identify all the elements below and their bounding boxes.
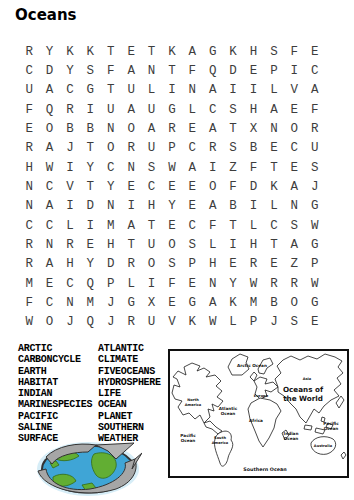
grid-cell: A xyxy=(203,293,223,312)
grid-cell: U xyxy=(19,81,39,100)
grid-cell: T xyxy=(101,42,121,61)
grid-cell: F xyxy=(182,61,202,80)
globe-illustration xyxy=(36,441,142,500)
grid-cell: M xyxy=(80,293,100,312)
grid-cell: A xyxy=(39,81,59,100)
map-japan xyxy=(336,396,344,408)
grid-cell: R xyxy=(19,255,39,274)
grid-cell: J xyxy=(101,313,121,332)
word-list-column-2: ATLANTICCLIMATEFIVEOCEANSHYDROSPHERELIFE… xyxy=(98,343,161,445)
grid-cell: N xyxy=(39,235,59,254)
grid-cell: I xyxy=(121,197,141,216)
grid-cell: I xyxy=(60,197,80,216)
grid-cell: D xyxy=(223,61,243,80)
map-label-pacific-ocean-right: Ocean xyxy=(324,426,339,431)
map-island-1 xyxy=(304,425,312,430)
grid-cell: Q xyxy=(80,313,100,332)
grid-cell: F xyxy=(19,293,39,312)
grid-cell: I xyxy=(203,158,223,177)
map-label-south-america: America xyxy=(212,441,229,445)
grid-cell: A xyxy=(264,100,284,119)
grid-cell: N xyxy=(182,81,202,100)
grid-cell: A xyxy=(203,197,223,216)
grid-cell: I xyxy=(284,61,304,80)
grid-cell: Y xyxy=(39,42,59,61)
grid-cell: R xyxy=(121,313,141,332)
grid-cell: R xyxy=(19,139,39,158)
map-north-america xyxy=(172,363,223,423)
grid-cell: A xyxy=(121,61,141,80)
grid-cell: F xyxy=(162,274,182,293)
grid-cell: H xyxy=(60,255,80,274)
grid-cell: F xyxy=(203,216,223,235)
grid-cell: K xyxy=(60,42,80,61)
grid-cell: Q xyxy=(203,61,223,80)
grid-cell: O xyxy=(121,119,141,138)
grid-cell: W xyxy=(203,313,223,332)
grid-cell: H xyxy=(19,158,39,177)
grid-cell: V xyxy=(162,313,182,332)
grid-cell: T xyxy=(162,61,182,80)
grid-cell: L xyxy=(264,81,284,100)
world-map-drawing: Arctic Ocean North America Atlantic Ocea… xyxy=(170,351,347,476)
grid-cell: X xyxy=(141,293,161,312)
grid-cell: H xyxy=(141,197,161,216)
grid-cell: S xyxy=(284,313,304,332)
grid-cell: Y xyxy=(162,197,182,216)
grid-cell: E xyxy=(264,139,284,158)
map-label-africa: Africa xyxy=(249,418,263,423)
grid-cell: E xyxy=(121,177,141,196)
grid-cell: H xyxy=(203,255,223,274)
grid-cell: L xyxy=(223,313,243,332)
grid-cell: D xyxy=(39,61,59,80)
grid-cell: S xyxy=(162,255,182,274)
grid-cell: N xyxy=(203,274,223,293)
word-list-item: EARTH xyxy=(18,366,92,377)
grid-cell: G xyxy=(182,293,202,312)
map-label-indian-ocean: Ocean xyxy=(284,436,299,441)
grid-cell: L xyxy=(264,197,284,216)
grid-cell: O xyxy=(162,235,182,254)
grid-cell: A xyxy=(121,216,141,235)
grid-cell: O xyxy=(39,119,59,138)
grid-cell: E xyxy=(284,100,304,119)
grid-cell: U xyxy=(304,139,324,158)
grid-cell: H xyxy=(101,235,121,254)
grid-cell: C xyxy=(19,216,39,235)
map-label-arctic-ocean: Arctic Ocean xyxy=(237,363,267,368)
grid-cell: J xyxy=(304,177,324,196)
grid-cell: C xyxy=(60,274,80,293)
grid-cell: D xyxy=(243,177,263,196)
grid-cell: R xyxy=(243,255,263,274)
grid-cell: R xyxy=(264,274,284,293)
grid-cell: N xyxy=(284,197,304,216)
word-list-item: OCEAN xyxy=(98,399,161,410)
grid-cell: R xyxy=(203,139,223,158)
grid-cell: T xyxy=(264,235,284,254)
word-list-column-1: ARCTICCARBONCYCLEEARTHHABITATINDIANMARIN… xyxy=(18,343,92,445)
map-central-america xyxy=(204,421,222,434)
grid-cell: I xyxy=(80,100,100,119)
grid-cell: K xyxy=(182,313,202,332)
grid-cell: E xyxy=(243,61,263,80)
grid-cell: K xyxy=(80,42,100,61)
grid-cell: T xyxy=(101,81,121,100)
grid-cell: B xyxy=(223,197,243,216)
grid-cell: E xyxy=(304,42,324,61)
word-list-item: CARBONCYCLE xyxy=(18,354,92,365)
grid-cell: G xyxy=(304,293,324,312)
grid-cell: D xyxy=(101,255,121,274)
grid-cell: Q xyxy=(80,274,100,293)
grid-cell: E xyxy=(162,293,182,312)
grid-cell: U xyxy=(141,313,161,332)
grid-cell: E xyxy=(162,216,182,235)
grid-cell: O xyxy=(101,139,121,158)
grid-cell: R xyxy=(162,119,182,138)
grid-cell: W xyxy=(304,274,324,293)
grid-cell: R xyxy=(19,42,39,61)
grid-cell: T xyxy=(223,119,243,138)
grid-cell: E xyxy=(264,255,284,274)
grid-cell: S xyxy=(304,158,324,177)
word-list-item: HYDROSPHERE xyxy=(98,377,161,388)
grid-cell: C xyxy=(182,139,202,158)
map-label-pacific-ocean-left: Ocean xyxy=(181,438,196,443)
grid-cell: G xyxy=(203,42,223,61)
grid-cell: T xyxy=(141,42,161,61)
word-list-item: INDIAN xyxy=(18,388,92,399)
grid-cell: E xyxy=(80,235,100,254)
grid-cell: C xyxy=(39,293,59,312)
grid-cell: S xyxy=(264,42,284,61)
grid-cell: H xyxy=(243,235,263,254)
grid-cell: T xyxy=(223,216,243,235)
grid-cell: H xyxy=(243,100,263,119)
grid-cell: K xyxy=(264,177,284,196)
grid-cell: M xyxy=(101,216,121,235)
grid-cell: R xyxy=(60,235,80,254)
map-title: the World xyxy=(283,394,323,403)
grid-cell: G xyxy=(162,100,182,119)
grid-cell: B xyxy=(264,293,284,312)
grid-cell: T xyxy=(80,139,100,158)
grid-cell: E xyxy=(284,158,304,177)
grid-cell: C xyxy=(19,61,39,80)
grid-cell: S xyxy=(141,158,161,177)
grid-cell: F xyxy=(304,100,324,119)
grid-cell: S xyxy=(223,139,243,158)
grid-cell: K xyxy=(223,293,243,312)
grid-cell: B xyxy=(60,119,80,138)
map-label-atlantic-ocean: Ocean xyxy=(221,411,236,416)
grid-cell: G xyxy=(304,235,324,254)
grid-cell: A xyxy=(121,100,141,119)
grid-cell: Y xyxy=(80,255,100,274)
grid-cell: K xyxy=(162,42,182,61)
grid-cell: U xyxy=(141,139,161,158)
grid-cell: A xyxy=(182,158,202,177)
grid-cell: G xyxy=(121,293,141,312)
grid-cell: I xyxy=(60,158,80,177)
grid-cell: H xyxy=(243,42,263,61)
grid-cell: N xyxy=(141,61,161,80)
grid-cell: E xyxy=(223,255,243,274)
grid-cell: A xyxy=(284,177,304,196)
grid-cell: R xyxy=(121,255,141,274)
grid-cell: R xyxy=(121,139,141,158)
grid-cell: Y xyxy=(60,61,80,80)
grid-cell: C xyxy=(264,216,284,235)
grid-cell: J xyxy=(264,313,284,332)
word-list-item: HABITAT xyxy=(18,377,92,388)
grid-cell: N xyxy=(19,177,39,196)
map-label-southern-ocean: Southern Ocean xyxy=(243,467,287,472)
earth-globe-icon xyxy=(36,441,142,497)
map-title: Oceans of xyxy=(283,385,324,394)
word-list-item: FIVEOCEANS xyxy=(98,366,161,377)
grid-cell: W xyxy=(243,274,263,293)
grid-cell: F xyxy=(101,61,121,80)
page-title: Oceans xyxy=(15,6,77,24)
grid-cell: Z xyxy=(223,158,243,177)
grid-cell: P xyxy=(243,313,263,332)
grid-cell: A xyxy=(203,119,223,138)
grid-cell: V xyxy=(284,81,304,100)
grid-cell: A xyxy=(39,255,59,274)
grid-cell: F xyxy=(223,177,243,196)
grid-cell: O xyxy=(284,119,304,138)
map-label-south-america: South xyxy=(214,436,226,440)
grid-cell: M xyxy=(243,293,263,312)
grid-cell: Z xyxy=(284,255,304,274)
grid-cell: I xyxy=(80,216,100,235)
grid-cell: C xyxy=(182,216,202,235)
grid-cell: E xyxy=(304,313,324,332)
grid-cell: F xyxy=(284,42,304,61)
grid-cell: I xyxy=(162,81,182,100)
grid-cell: S xyxy=(80,61,100,80)
grid-cell: C xyxy=(39,177,59,196)
grid-cell: P xyxy=(264,61,284,80)
grid-cell: A xyxy=(203,81,223,100)
grid-cell: S xyxy=(182,235,202,254)
grid-cell: T xyxy=(141,216,161,235)
grid-cell: L xyxy=(182,100,202,119)
grid-cell: O xyxy=(284,293,304,312)
word-list-item: CLIMATE xyxy=(98,354,161,365)
grid-cell: I xyxy=(243,197,263,216)
map-label-north-america: America xyxy=(185,403,202,407)
grid-cell: A xyxy=(182,42,202,61)
grid-cell: N xyxy=(60,293,80,312)
grid-cell: J xyxy=(101,293,121,312)
world-map: Arctic Ocean North America Atlantic Ocea… xyxy=(168,349,349,478)
grid-cell: N xyxy=(121,158,141,177)
grid-cell: R xyxy=(284,274,304,293)
grid-cell: U xyxy=(121,81,141,100)
map-label-europe: Europe xyxy=(254,394,269,398)
grid-cell: C xyxy=(39,216,59,235)
grid-cell: S xyxy=(284,216,304,235)
word-search-grid: RYKKTETKAGKHSFECDYSFANTFQDEPICUACGTULINA… xyxy=(19,42,325,332)
grid-cell: L xyxy=(203,235,223,254)
grid-cell: P xyxy=(162,139,182,158)
grid-cell: C xyxy=(60,81,80,100)
grid-cell: Y xyxy=(223,274,243,293)
grid-cell: G xyxy=(80,81,100,100)
grid-cell: B xyxy=(243,139,263,158)
grid-cell: A xyxy=(304,81,324,100)
map-label-north-america: North xyxy=(187,398,199,402)
grid-cell: O xyxy=(141,255,161,274)
grid-cell: L xyxy=(60,216,80,235)
grid-cell: W xyxy=(304,216,324,235)
grid-cell: E xyxy=(121,42,141,61)
grid-cell: O xyxy=(203,177,223,196)
grid-cell: T xyxy=(121,235,141,254)
word-list-item: ATLANTIC xyxy=(98,343,161,354)
grid-cell: W xyxy=(19,313,39,332)
map-label-asia: Asia xyxy=(303,377,312,381)
grid-cell: Y xyxy=(101,177,121,196)
grid-cell: W xyxy=(39,158,59,177)
grid-cell: N xyxy=(19,197,39,216)
grid-cell: L xyxy=(141,81,161,100)
grid-cell: P xyxy=(182,255,202,274)
grid-cell: E xyxy=(182,274,202,293)
grid-cell: W xyxy=(162,158,182,177)
word-list-item: ARCTIC xyxy=(18,343,92,354)
grid-cell: U xyxy=(101,100,121,119)
grid-cell: L xyxy=(243,216,263,235)
grid-cell: N xyxy=(101,119,121,138)
grid-cell: I xyxy=(223,81,243,100)
grid-cell: M xyxy=(19,274,39,293)
grid-cell: F xyxy=(243,158,263,177)
grid-cell: A xyxy=(39,139,59,158)
grid-cell: C xyxy=(304,61,324,80)
grid-cell: Q xyxy=(39,100,59,119)
grid-cell: S xyxy=(223,100,243,119)
grid-cell: B xyxy=(80,119,100,138)
grid-cell: C xyxy=(101,158,121,177)
grid-cell: I xyxy=(223,235,243,254)
grid-cell: J xyxy=(60,313,80,332)
map-label-australia: Australia xyxy=(314,444,333,448)
grid-cell: D xyxy=(80,197,100,216)
grid-cell: G xyxy=(304,197,324,216)
grid-cell: P xyxy=(101,274,121,293)
grid-cell: A xyxy=(39,197,59,216)
grid-cell: E xyxy=(182,119,202,138)
grid-cell: E xyxy=(182,197,202,216)
grid-cell: J xyxy=(60,139,80,158)
grid-cell: V xyxy=(60,177,80,196)
grid-cell: O xyxy=(39,313,59,332)
grid-cell: N xyxy=(101,197,121,216)
grid-cell: E xyxy=(162,177,182,196)
grid-cell: I xyxy=(141,274,161,293)
word-list-item: MARINESPECIES xyxy=(18,399,92,410)
grid-cell: X xyxy=(243,119,263,138)
grid-cell: R xyxy=(19,235,39,254)
grid-cell: A xyxy=(141,119,161,138)
grid-cell: T xyxy=(80,177,100,196)
grid-cell: U xyxy=(141,235,161,254)
word-list-item: LIFE xyxy=(98,388,161,399)
grid-cell: A xyxy=(284,235,304,254)
grid-cell: E xyxy=(39,274,59,293)
grid-cell: P xyxy=(304,255,324,274)
word-list-item: SOUTHERN xyxy=(98,422,161,433)
grid-cell: K xyxy=(223,42,243,61)
grid-cell: I xyxy=(243,81,263,100)
grid-cell: C xyxy=(203,100,223,119)
grid-cell: F xyxy=(19,100,39,119)
grid-cell: N xyxy=(264,119,284,138)
word-list-item: PLANET xyxy=(98,411,161,422)
grid-cell: T xyxy=(264,158,284,177)
word-list-item: PACIFIC xyxy=(18,411,92,422)
grid-cell: U xyxy=(141,100,161,119)
grid-cell: R xyxy=(60,100,80,119)
map-new-zealand xyxy=(341,452,346,459)
grid-cell: E xyxy=(19,119,39,138)
grid-cell: R xyxy=(304,119,324,138)
grid-cell: C xyxy=(284,139,304,158)
grid-cell: E xyxy=(182,177,202,196)
word-list-item: SALINE xyxy=(18,422,92,433)
grid-cell: L xyxy=(121,274,141,293)
grid-cell: C xyxy=(141,177,161,196)
grid-cell: Y xyxy=(80,158,100,177)
